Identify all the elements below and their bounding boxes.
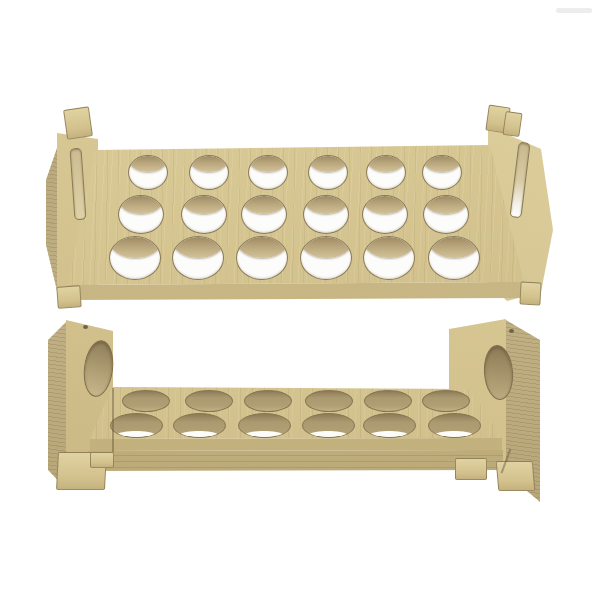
front-rack-right-screw-hole (509, 329, 514, 333)
front-rack-right-foot (496, 461, 536, 491)
hole-through-gap (308, 431, 349, 438)
tube-hole-front-view (173, 413, 226, 438)
tube-hole-front-view (244, 390, 292, 412)
tube-hole-front-view (422, 390, 470, 412)
hole-through-gap (369, 431, 410, 438)
front-rack-left-screw-hole (83, 325, 88, 329)
faint-watermark (556, 8, 592, 13)
tube-hole-front-view (185, 390, 233, 412)
tube-hole-front-view (302, 413, 355, 438)
hole-through-gap (244, 431, 285, 438)
hole-through-gap (434, 431, 475, 438)
front-rack-holes (0, 0, 600, 600)
front-rack-left-inner-block (90, 452, 114, 468)
product-photo-stage (0, 0, 600, 600)
tube-hole-front-view (238, 413, 291, 438)
front-rack-left-joint-line (112, 388, 114, 452)
tube-hole-front-view (305, 390, 353, 412)
tube-hole-front-view (428, 413, 481, 438)
tube-hole-front-view (110, 413, 163, 438)
front-rack-view (0, 0, 600, 600)
hole-through-gap (179, 431, 220, 438)
tube-hole-front-view (364, 390, 412, 412)
front-rack-right-inner-block (455, 458, 487, 480)
tube-hole-front-view (363, 413, 416, 438)
hole-through-gap (116, 431, 157, 438)
tube-hole-front-view (122, 390, 170, 412)
